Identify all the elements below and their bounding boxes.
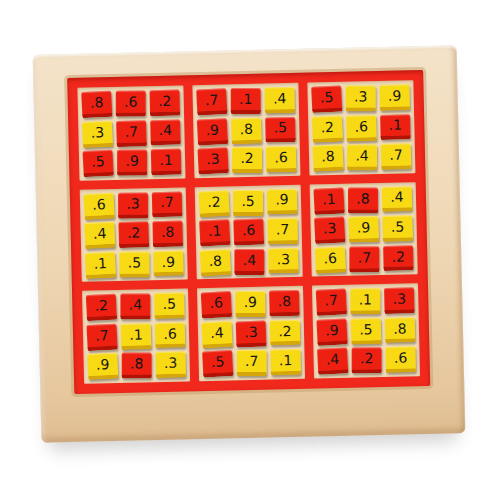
tile-r3c6[interactable]: .6 [266, 146, 297, 172]
tile-r9c3[interactable]: .3 [155, 352, 186, 378]
tile-r7c7[interactable]: .7 [316, 289, 347, 316]
tile-r4c2[interactable]: .3 [118, 192, 148, 218]
tile-r1c8[interactable]: .3 [346, 85, 376, 111]
tile-r6c2[interactable]: .5 [119, 251, 149, 277]
tile-r9c5[interactable]: .7 [237, 350, 267, 376]
tile-r7c6[interactable]: .8 [269, 290, 300, 316]
tile-r3c8[interactable]: .4 [347, 144, 377, 170]
block-1-3: .5.3.9.2.6.1.8.4.7 [307, 80, 415, 175]
tile-r8c1[interactable]: .7 [86, 323, 117, 350]
tile-r8c6[interactable]: .2 [270, 320, 301, 346]
tile-r6c1[interactable]: .1 [85, 251, 116, 278]
tile-r5c8[interactable]: .9 [348, 216, 379, 242]
block-3-2: .6.9.8.4.3.2.5.7.1 [197, 286, 305, 381]
tile-r3c5[interactable]: .2 [232, 147, 262, 173]
tile-r6c6[interactable]: .3 [268, 248, 299, 274]
block-2-3: .1.8.4.3.9.5.6.7.2 [310, 182, 418, 277]
tile-r4c3[interactable]: .7 [152, 191, 183, 217]
tile-r7c1[interactable]: .2 [86, 294, 117, 321]
tile-r9c7[interactable]: .4 [317, 348, 348, 375]
tile-r2c8[interactable]: .6 [346, 115, 377, 141]
tile-r1c3[interactable]: .2 [149, 90, 180, 116]
tile-r5c2[interactable]: .2 [118, 221, 149, 247]
block-2-1: .6.3.7.4.2.8.1.5.9 [80, 187, 188, 282]
tile-r6c7[interactable]: .6 [315, 246, 346, 273]
tile-r9c2[interactable]: .8 [122, 353, 152, 379]
tile-r3c4[interactable]: .3 [197, 147, 228, 174]
tile-r7c9[interactable]: .3 [384, 288, 415, 314]
tile-r9c4[interactable]: .5 [202, 350, 233, 377]
tile-r8c4[interactable]: .4 [201, 321, 232, 348]
tile-r2c5[interactable]: .8 [231, 117, 262, 143]
tile-r3c3[interactable]: .1 [151, 149, 182, 175]
sudoku-board: .8.6.2.3.7.4.5.9.1.7.1.4.9.8.5.3.2.6.5.3… [67, 70, 430, 394]
tile-r2c4[interactable]: .9 [197, 118, 228, 145]
tile-r8c3[interactable]: .6 [155, 322, 186, 348]
tile-r8c7[interactable]: .9 [316, 318, 347, 345]
tile-r1c1[interactable]: .8 [81, 91, 112, 118]
tile-r7c8[interactable]: .1 [350, 289, 380, 315]
block-1-2: .7.1.4.9.8.5.3.2.6 [192, 83, 300, 178]
tile-r8c5[interactable]: .3 [236, 320, 267, 346]
wooden-tray: .8.6.2.3.7.4.5.9.1.7.1.4.9.8.5.3.2.6.5.3… [33, 45, 466, 443]
tile-r2c1[interactable]: .3 [82, 120, 113, 147]
tile-r3c1[interactable]: .5 [83, 150, 114, 177]
tile-r7c3[interactable]: .5 [154, 293, 185, 319]
block-3-3: .7.1.3.9.5.8.4.2.6 [312, 284, 420, 379]
tile-r5c3[interactable]: .8 [152, 221, 183, 247]
tile-r9c1[interactable]: .9 [87, 353, 118, 380]
tile-r9c9[interactable]: .6 [385, 347, 416, 373]
tile-r5c6[interactable]: .7 [267, 218, 298, 244]
tile-r5c7[interactable]: .3 [314, 217, 345, 244]
tile-r4c7[interactable]: .1 [313, 187, 344, 214]
tile-r4c6[interactable]: .9 [267, 189, 298, 215]
tile-r1c7[interactable]: .5 [311, 85, 342, 112]
tile-r2c6[interactable]: .5 [265, 116, 296, 142]
board-grid: .8.6.2.3.7.4.5.9.1.7.1.4.9.8.5.3.2.6.5.3… [77, 80, 420, 384]
tile-r1c6[interactable]: .4 [264, 87, 295, 113]
tile-r6c3[interactable]: .9 [153, 250, 184, 276]
tile-r9c6[interactable]: .1 [270, 349, 301, 375]
tile-r5c5[interactable]: .6 [233, 219, 264, 245]
tile-r3c7[interactable]: .8 [312, 145, 343, 172]
tile-r4c9[interactable]: .4 [382, 186, 413, 212]
tile-r5c1[interactable]: .4 [84, 222, 115, 249]
tile-r1c4[interactable]: .7 [196, 88, 227, 115]
block-2-2: .2.5.9.1.6.7.8.4.3 [195, 184, 303, 279]
product-photo: .8.6.2.3.7.4.5.9.1.7.1.4.9.8.5.3.2.6.5.3… [0, 0, 500, 500]
tile-r7c5[interactable]: .9 [235, 291, 265, 317]
tile-r1c9[interactable]: .9 [379, 84, 410, 110]
tile-r2c7[interactable]: .2 [312, 115, 343, 142]
tile-r8c2[interactable]: .1 [121, 323, 152, 349]
tile-r8c9[interactable]: .8 [385, 317, 416, 343]
tile-r4c1[interactable]: .6 [83, 192, 114, 219]
tile-r1c2[interactable]: .6 [116, 91, 146, 117]
tile-r4c5[interactable]: .5 [233, 190, 263, 216]
tile-r1c5[interactable]: .1 [231, 88, 261, 114]
tile-r6c9[interactable]: .2 [383, 245, 414, 271]
tile-r7c4[interactable]: .6 [201, 291, 232, 318]
tile-r6c4[interactable]: .8 [200, 249, 231, 276]
tile-r4c8[interactable]: .8 [348, 187, 378, 213]
block-1-1: .8.6.2.3.7.4.5.9.1 [77, 85, 185, 180]
tile-r6c8[interactable]: .7 [349, 246, 379, 272]
tile-r3c9[interactable]: .7 [381, 143, 412, 169]
tile-r2c9[interactable]: .1 [380, 114, 411, 140]
tile-r4c4[interactable]: .2 [198, 190, 229, 217]
tile-r8c8[interactable]: .5 [351, 318, 382, 344]
tile-r3c2[interactable]: .9 [117, 150, 147, 176]
tile-r7c2[interactable]: .4 [120, 294, 150, 320]
tile-r2c2[interactable]: .7 [116, 120, 147, 146]
tile-r2c3[interactable]: .4 [150, 119, 181, 145]
tile-r5c4[interactable]: .1 [199, 219, 230, 246]
tile-r6c5[interactable]: .4 [234, 249, 264, 275]
tile-r5c9[interactable]: .5 [382, 215, 413, 241]
block-3-1: .2.4.5.7.1.6.9.8.3 [82, 289, 190, 384]
tile-r9c8[interactable]: .2 [352, 348, 382, 374]
